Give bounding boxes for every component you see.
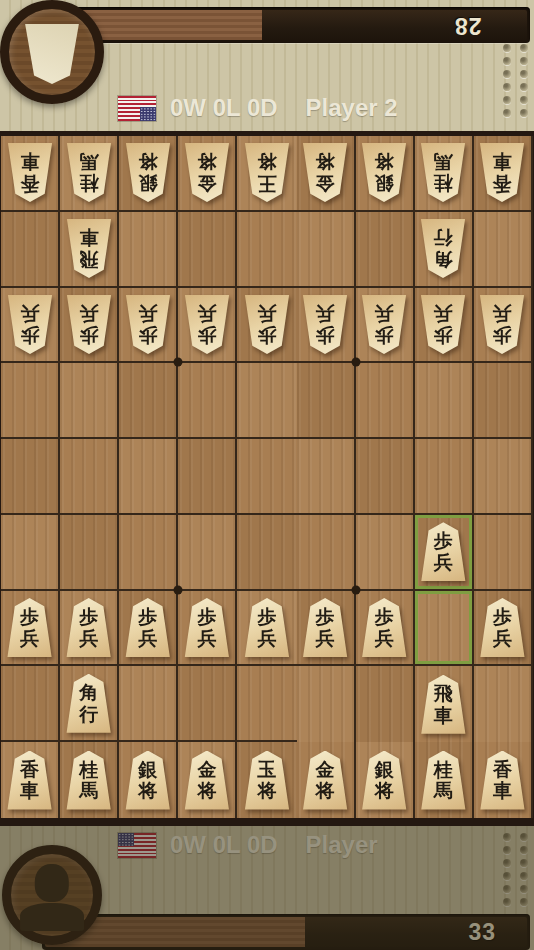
dot [503,859,511,867]
shogi-piece-top: 金将 [302,143,348,202]
top-player-info: 0W 0L 0D Player 2 [118,93,398,123]
koma-face: 歩兵 [361,598,407,657]
shogi-board: 香車桂馬銀将金将王将金将銀将桂馬香車飛車角行歩兵歩兵歩兵歩兵歩兵歩兵歩兵歩兵歩兵… [0,131,534,826]
dot [520,846,528,854]
decorative-dot-grid-top [503,44,528,117]
koma-face: 歩兵 [244,295,290,354]
koma-face: 金将 [302,143,348,202]
top-timer-value: 28 [454,12,482,39]
shogi-piece-top: 桂馬 [66,143,112,202]
dot [520,833,528,841]
bottom-timer-track [45,917,527,947]
board-cell[interactable] [297,666,356,742]
shogi-piece-top: 香車 [7,143,53,202]
koma-face: 歩兵 [479,295,525,354]
board-cell[interactable]: 歩兵 [297,591,356,667]
koma-face: 歩兵 [184,598,230,657]
dot [503,70,511,78]
top-player-name: Player 2 [306,94,398,122]
us-flag-icon [118,833,156,858]
koma-face: 桂馬 [66,751,112,810]
koma-face: 歩兵 [420,295,466,354]
shogi-piece-bottom: 歩兵 [479,598,525,657]
koma-face: 角行 [66,674,112,733]
dot [503,833,511,841]
star-point [351,357,360,366]
board-cell[interactable] [237,666,296,742]
bottom-player-timer-bar: 33 [42,914,530,950]
shogi-piece-top: 王将 [244,143,290,202]
shogi-piece-bottom: 歩兵 [7,598,53,657]
board-cell[interactable] [178,212,237,288]
koma-face: 歩兵 [244,598,290,657]
koma-face: 金将 [184,143,230,202]
shogi-piece-bottom: 歩兵 [361,598,407,657]
board-cell[interactable]: 歩兵 [178,288,237,364]
board-cell[interactable] [178,515,237,591]
board-cell[interactable]: 金将 [297,136,356,212]
board-cell[interactable]: 王将 [237,136,296,212]
board-cell[interactable]: 歩兵 [60,288,119,364]
shogi-piece-top: 歩兵 [244,295,290,354]
decorative-dot-grid-bottom [503,833,528,906]
board-cell[interactable]: 角行 [415,212,474,288]
dot [503,96,511,104]
board-cell[interactable]: 歩兵 [356,288,415,364]
board-cell[interactable]: 香車 [1,742,60,818]
shogi-piece-bottom: 歩兵 [244,598,290,657]
koma-face: 歩兵 [125,295,171,354]
board-cell[interactable]: 歩兵 [119,288,178,364]
board-cell[interactable] [415,439,474,515]
shogi-piece-top: 金将 [184,143,230,202]
board-cell[interactable] [60,515,119,591]
koma-face: 歩兵 [66,295,112,354]
shogi-piece-avatar-icon [24,24,80,84]
board-cell[interactable] [237,212,296,288]
board-cell[interactable]: 歩兵 [237,288,296,364]
board-cell[interactable] [178,439,237,515]
board-cell[interactable]: 銀将 [119,742,178,818]
board-cell[interactable] [356,666,415,742]
koma-face: 香車 [479,751,525,810]
board-cell[interactable] [415,363,474,439]
top-player-record: 0W 0L 0D [170,94,278,122]
board-cell[interactable]: 歩兵 [474,591,533,667]
shogi-piece-bottom: 歩兵 [420,522,466,581]
board-cell[interactable] [60,363,119,439]
shogi-piece-top: 歩兵 [184,295,230,354]
dot [520,83,528,91]
dot [503,898,511,906]
koma-face: 銀将 [125,751,171,810]
koma-face: 歩兵 [479,598,525,657]
board-cell[interactable]: 歩兵 [60,591,119,667]
koma-face: 歩兵 [420,522,466,581]
shogi-piece-bottom: 銀将 [361,751,407,810]
board-cell[interactable] [1,212,60,288]
dot [503,846,511,854]
board-cell[interactable]: 歩兵 [356,591,415,667]
koma-face: 銀将 [361,143,407,202]
dot [520,872,528,880]
board-cell[interactable]: 飛車 [415,666,474,742]
shogi-piece-bottom: 香車 [479,751,525,810]
koma-face: 金将 [302,751,348,810]
board-cell[interactable] [237,363,296,439]
koma-face: 香車 [7,143,53,202]
dot [520,44,528,52]
shogi-piece-bottom: 桂馬 [66,751,112,810]
board-cell[interactable] [297,363,356,439]
board-cell[interactable] [474,363,533,439]
shogi-piece-bottom: 金将 [184,751,230,810]
koma-face: 歩兵 [184,295,230,354]
dot [503,109,511,117]
board-cell[interactable] [178,666,237,742]
board-cell[interactable] [119,212,178,288]
board-cell[interactable]: 桂馬 [415,742,474,818]
koma-face: 銀将 [361,751,407,810]
board-cell[interactable]: 金将 [178,742,237,818]
board-cell[interactable]: 金将 [297,742,356,818]
koma-face: 金将 [184,751,230,810]
person-silhouette-icon [11,854,93,936]
board-grid: 香車桂馬銀将金将王将金将銀将桂馬香車飛車角行歩兵歩兵歩兵歩兵歩兵歩兵歩兵歩兵歩兵… [1,136,533,818]
shogi-piece-top: 歩兵 [479,295,525,354]
star-point [351,585,360,594]
shogi-piece-top: 銀将 [125,143,171,202]
board-cell[interactable] [297,212,356,288]
board-cell[interactable] [474,439,533,515]
board-cell[interactable]: 金将 [178,136,237,212]
shogi-piece-bottom: 歩兵 [184,598,230,657]
board-cell[interactable] [474,666,533,742]
board-cell[interactable]: 歩兵 [237,591,296,667]
bottom-timer-value: 33 [468,919,496,946]
dot [520,898,528,906]
bottom-player-info: 0W 0L 0D Player [118,830,378,860]
koma-face: 歩兵 [7,598,53,657]
koma-face: 歩兵 [66,598,112,657]
board-cell[interactable]: 歩兵 [297,288,356,364]
board-cell[interactable]: 銀将 [356,742,415,818]
board-cell[interactable] [356,439,415,515]
board-cell[interactable] [1,515,60,591]
dot [520,859,528,867]
board-cell[interactable] [237,515,296,591]
dot [520,96,528,104]
shogi-piece-top: 香車 [479,143,525,202]
dot [520,70,528,78]
board-cell[interactable]: 桂馬 [415,136,474,212]
shogi-piece-bottom: 香車 [7,751,53,810]
board-cell[interactable] [178,363,237,439]
shogi-piece-bottom: 桂馬 [420,751,466,810]
koma-face: 桂馬 [420,751,466,810]
board-cell[interactable]: 歩兵 [415,515,474,591]
board-cell[interactable] [297,439,356,515]
shogi-piece-bottom: 銀将 [125,751,171,810]
board-cell[interactable]: 香車 [1,136,60,212]
koma-face: 角行 [420,219,466,278]
koma-face: 香車 [7,751,53,810]
shogi-piece-top: 桂馬 [420,143,466,202]
bottom-player-name: Player [306,831,378,859]
dot [503,83,511,91]
koma-face: 桂馬 [420,143,466,202]
shogi-piece-bottom: 金将 [302,751,348,810]
board-cell[interactable] [356,212,415,288]
koma-face: 飛車 [66,219,112,278]
shogi-piece-top: 角行 [420,219,466,278]
board-cell[interactable]: 角行 [60,666,119,742]
top-player-timer-bar: 28 [42,7,530,43]
board-cell[interactable]: 香車 [474,136,533,212]
koma-face: 歩兵 [302,295,348,354]
shogi-piece-top: 歩兵 [66,295,112,354]
board-cell[interactable] [356,515,415,591]
star-point [174,585,183,594]
bottom-player-record: 0W 0L 0D [170,831,278,859]
shogi-piece-bottom: 角行 [66,674,112,733]
shogi-piece-bottom: 歩兵 [125,598,171,657]
board-cell[interactable] [1,666,60,742]
board-cell[interactable]: 銀将 [119,136,178,212]
dot [503,872,511,880]
board-cell[interactable] [1,363,60,439]
shogi-piece-top: 歩兵 [125,295,171,354]
board-cell[interactable] [415,591,474,667]
board-cell[interactable]: 歩兵 [1,591,60,667]
board-cell[interactable] [474,515,533,591]
shogi-piece-top: 歩兵 [7,295,53,354]
koma-face: 歩兵 [125,598,171,657]
shogi-piece-top: 歩兵 [302,295,348,354]
koma-face: 香車 [479,143,525,202]
board-cell[interactable]: 歩兵 [1,288,60,364]
shogi-piece-top: 歩兵 [420,295,466,354]
board-cell[interactable] [237,439,296,515]
dot [520,57,528,65]
dot [503,885,511,893]
dot [520,109,528,117]
dot [503,44,511,52]
koma-face: 歩兵 [361,295,407,354]
star-point [174,357,183,366]
us-flag-icon [118,96,156,121]
board-cell[interactable]: 歩兵 [178,591,237,667]
board-cell[interactable]: 歩兵 [119,591,178,667]
board-cell[interactable] [474,212,533,288]
shogi-piece-bottom: 歩兵 [66,598,112,657]
dot [503,57,511,65]
shogi-piece-top: 銀将 [361,143,407,202]
board-cell[interactable] [356,363,415,439]
board-cell[interactable]: 香車 [474,742,533,818]
board-cell[interactable] [60,439,119,515]
board-cell[interactable]: 銀将 [356,136,415,212]
koma-face: 飛車 [420,675,466,734]
board-cell[interactable] [119,439,178,515]
shogi-piece-bottom: 玉将 [244,751,290,810]
board-cell[interactable] [297,515,356,591]
board-cell[interactable]: 歩兵 [474,288,533,364]
board-cell[interactable]: 飛車 [60,212,119,288]
board-cell[interactable] [119,666,178,742]
board-cell[interactable]: 桂馬 [60,136,119,212]
board-cell[interactable]: 玉将 [237,742,296,818]
board-cell[interactable]: 桂馬 [60,742,119,818]
koma-face: 銀将 [125,143,171,202]
board-cell[interactable]: 歩兵 [415,288,474,364]
koma-face: 桂馬 [66,143,112,202]
koma-face: 王将 [244,143,290,202]
shogi-piece-bottom: 歩兵 [302,598,348,657]
koma-face: 歩兵 [7,295,53,354]
koma-face: 歩兵 [302,598,348,657]
koma-face: 玉将 [244,751,290,810]
board-cell[interactable] [119,363,178,439]
bottom-player-avatar[interactable] [2,845,102,945]
shogi-piece-top: 飛車 [66,219,112,278]
shogi-piece-top: 歩兵 [361,295,407,354]
board-cell[interactable] [1,439,60,515]
board-cell[interactable] [119,515,178,591]
dot [520,885,528,893]
shogi-piece-bottom: 飛車 [420,675,466,734]
top-player-avatar[interactable] [0,0,104,104]
